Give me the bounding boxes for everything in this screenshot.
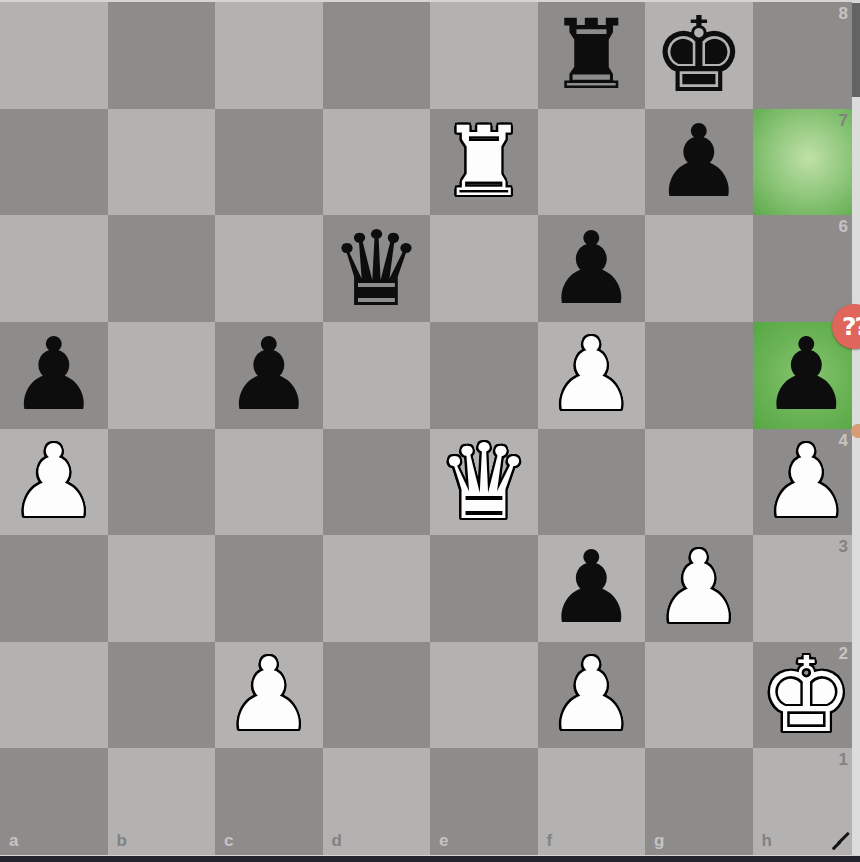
square-f2[interactable]: ♟	[538, 642, 646, 749]
square-a1[interactable]: a	[0, 748, 108, 855]
chess-board: ♜♚8♜♟7♛♟6♟♟♟5♟♟♛4♟♟♟3♟♟2♚abcdefgh1	[0, 2, 860, 855]
piece-black-pawn[interactable]: ♟	[645, 109, 753, 216]
piece-black-king[interactable]: ♚	[645, 2, 753, 109]
square-d1[interactable]: d	[323, 748, 431, 855]
square-a2[interactable]	[0, 642, 108, 749]
square-b4[interactable]	[108, 429, 216, 536]
square-d4[interactable]	[323, 429, 431, 536]
piece-white-pawn[interactable]: ♟	[645, 535, 753, 642]
square-b3[interactable]	[108, 535, 216, 642]
square-e1[interactable]: e	[430, 748, 538, 855]
square-b2[interactable]	[108, 642, 216, 749]
file-label-h: h	[762, 831, 772, 851]
rank-label-7: 7	[839, 111, 848, 131]
square-c8[interactable]	[215, 2, 323, 109]
piece-black-pawn[interactable]: ♟	[215, 322, 323, 429]
file-label-b: b	[117, 831, 127, 851]
square-g7[interactable]: ♟	[645, 109, 753, 216]
piece-white-pawn[interactable]: ♟	[538, 642, 646, 749]
piece-white-queen[interactable]: ♛	[430, 429, 538, 536]
square-g4[interactable]	[645, 429, 753, 536]
piece-black-pawn[interactable]: ♟	[538, 215, 646, 322]
board-resize-handle-icon[interactable]	[829, 829, 853, 853]
square-e2[interactable]	[430, 642, 538, 749]
square-a4[interactable]: ♟	[0, 429, 108, 536]
square-f1[interactable]: f	[538, 748, 646, 855]
square-b1[interactable]: b	[108, 748, 216, 855]
square-g2[interactable]	[645, 642, 753, 749]
square-b6[interactable]	[108, 215, 216, 322]
square-f3[interactable]: ♟	[538, 535, 646, 642]
rank-label-6: 6	[839, 217, 848, 237]
square-a8[interactable]	[0, 2, 108, 109]
square-h7[interactable]: 7	[753, 109, 860, 216]
file-label-a: a	[9, 831, 18, 851]
piece-white-pawn[interactable]: ♟	[538, 322, 646, 429]
square-d3[interactable]	[323, 535, 431, 642]
square-g8[interactable]: ♚	[645, 2, 753, 109]
square-f8[interactable]: ♜	[538, 2, 646, 109]
square-e6[interactable]	[430, 215, 538, 322]
piece-white-pawn[interactable]: ♟	[215, 642, 323, 749]
square-a6[interactable]	[0, 215, 108, 322]
square-b8[interactable]	[108, 2, 216, 109]
square-a3[interactable]	[0, 535, 108, 642]
square-c2[interactable]: ♟	[215, 642, 323, 749]
square-c4[interactable]	[215, 429, 323, 536]
page-bottom-bar	[0, 856, 860, 862]
piece-white-pawn[interactable]: ♟	[0, 429, 108, 536]
square-c7[interactable]	[215, 109, 323, 216]
square-a7[interactable]	[0, 109, 108, 216]
square-c5[interactable]: ♟	[215, 322, 323, 429]
square-f4[interactable]	[538, 429, 646, 536]
file-label-c: c	[224, 831, 233, 851]
file-label-e: e	[439, 831, 448, 851]
square-g1[interactable]: g	[645, 748, 753, 855]
clipped-badge-fragment	[851, 424, 860, 438]
square-e3[interactable]	[430, 535, 538, 642]
square-e4[interactable]: ♛	[430, 429, 538, 536]
scrollbar-thumb[interactable]	[852, 3, 860, 97]
piece-black-pawn[interactable]: ♟	[0, 322, 108, 429]
square-e7[interactable]: ♜	[430, 109, 538, 216]
file-label-g: g	[654, 831, 664, 851]
page-top-strip	[0, 0, 860, 2]
chess-analysis-page: ♜♚8♜♟7♛♟6♟♟♟5♟♟♛4♟♟♟3♟♟2♚abcdefgh1 ??	[0, 0, 860, 862]
square-d8[interactable]	[323, 2, 431, 109]
square-f6[interactable]: ♟	[538, 215, 646, 322]
file-label-d: d	[332, 831, 342, 851]
square-a5[interactable]: ♟	[0, 322, 108, 429]
square-g3[interactable]: ♟	[645, 535, 753, 642]
piece-white-rook[interactable]: ♜	[430, 109, 538, 216]
piece-black-queen[interactable]: ♛	[323, 215, 431, 322]
square-h4[interactable]: 4♟	[753, 429, 860, 536]
square-g5[interactable]	[645, 322, 753, 429]
square-d5[interactable]	[323, 322, 431, 429]
piece-black-rook[interactable]: ♜	[538, 2, 646, 109]
square-e5[interactable]	[430, 322, 538, 429]
piece-white-pawn[interactable]: ♟	[753, 429, 860, 536]
square-h3[interactable]: 3	[753, 535, 860, 642]
square-c3[interactable]	[215, 535, 323, 642]
file-label-f: f	[547, 831, 553, 851]
piece-black-pawn[interactable]: ♟	[538, 535, 646, 642]
square-f5[interactable]: ♟	[538, 322, 646, 429]
square-d2[interactable]	[323, 642, 431, 749]
rank-label-3: 3	[839, 537, 848, 557]
square-c6[interactable]	[215, 215, 323, 322]
square-h8[interactable]: 8	[753, 2, 860, 109]
square-c1[interactable]: c	[215, 748, 323, 855]
square-b7[interactable]	[108, 109, 216, 216]
square-d7[interactable]	[323, 109, 431, 216]
square-h2[interactable]: 2♚	[753, 642, 860, 749]
piece-white-king[interactable]: ♚	[753, 642, 860, 749]
square-e8[interactable]	[430, 2, 538, 109]
square-b5[interactable]	[108, 322, 216, 429]
rank-label-8: 8	[839, 4, 848, 24]
square-d6[interactable]: ♛	[323, 215, 431, 322]
square-g6[interactable]	[645, 215, 753, 322]
square-f7[interactable]	[538, 109, 646, 216]
